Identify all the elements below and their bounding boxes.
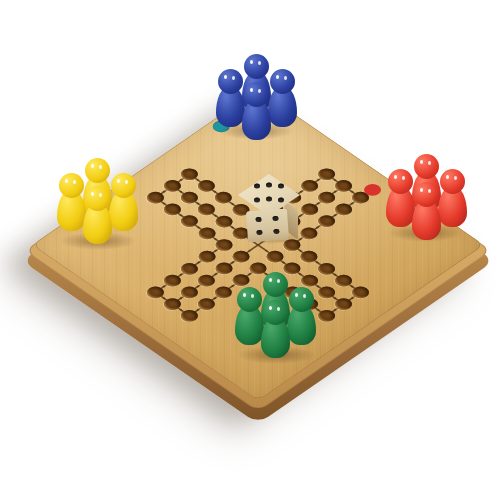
peg-head — [59, 173, 84, 198]
track-line — [189, 262, 200, 269]
track-line — [214, 191, 225, 198]
track-line — [299, 250, 310, 257]
peg-head — [111, 173, 136, 198]
track-line — [265, 250, 276, 257]
peg-head — [85, 186, 110, 211]
track-line — [155, 285, 166, 292]
track-line — [309, 179, 320, 186]
track-line — [163, 203, 174, 210]
peg-head — [263, 272, 288, 297]
track-line — [180, 191, 191, 198]
track-line — [214, 215, 225, 222]
peg-head — [388, 169, 413, 194]
track-line — [206, 297, 217, 304]
peg-yellow[interactable] — [108, 173, 138, 231]
peg-cluster-blue — [213, 56, 299, 142]
peg-yellow[interactable] — [82, 186, 112, 244]
track-line — [206, 274, 217, 281]
track-line — [189, 309, 200, 316]
track-line — [163, 297, 174, 304]
die-pip — [266, 197, 272, 202]
track-line — [172, 179, 183, 186]
track-line — [343, 297, 354, 304]
peg-head — [414, 182, 439, 207]
die-pip — [254, 183, 260, 188]
track-line — [334, 274, 345, 281]
track-line — [206, 250, 217, 257]
track-line — [172, 297, 183, 304]
track-line — [343, 203, 354, 210]
track-line — [309, 226, 320, 233]
track-line — [334, 179, 345, 186]
peg-green[interactable] — [286, 287, 316, 345]
peg-head — [440, 169, 465, 194]
track-line — [214, 238, 225, 245]
track-line — [180, 309, 191, 316]
track-line — [240, 250, 251, 257]
die-pip — [266, 182, 272, 187]
die-pip — [254, 198, 260, 203]
track-line — [155, 191, 166, 198]
peg-head — [289, 287, 314, 312]
peg-blue[interactable] — [267, 69, 297, 127]
track-line — [223, 262, 234, 269]
peg-green[interactable] — [260, 300, 290, 358]
peg-red[interactable] — [411, 182, 441, 240]
die-pip — [272, 216, 278, 221]
track-line — [180, 215, 191, 222]
peg-head — [85, 158, 110, 183]
track-line — [326, 191, 337, 198]
die-pip — [255, 217, 261, 222]
track-line — [309, 203, 320, 210]
peg-head — [244, 54, 269, 79]
track-line — [197, 226, 208, 233]
peg-cluster-red — [383, 156, 467, 244]
die-front-face — [246, 209, 289, 243]
die-pip — [273, 229, 279, 234]
peg-cluster-green — [232, 274, 322, 366]
peg-head — [244, 82, 269, 107]
peg-blue[interactable] — [241, 82, 271, 140]
product-photo — [0, 0, 500, 500]
track-line — [326, 215, 337, 222]
die-pip — [278, 198, 284, 203]
die[interactable] — [236, 170, 304, 244]
peg-head — [218, 69, 243, 94]
track-line — [316, 262, 327, 269]
die-pip — [278, 183, 284, 188]
track-line — [334, 297, 345, 304]
track-line — [282, 262, 293, 269]
peg-cluster-yellow — [54, 160, 142, 252]
track-line — [197, 203, 208, 210]
track-line — [189, 285, 200, 292]
track-line — [197, 179, 208, 186]
track-line — [351, 191, 362, 198]
track-line — [172, 274, 183, 281]
track-line — [351, 285, 362, 292]
track-line — [326, 309, 337, 316]
peg-head — [237, 287, 262, 312]
peg-head — [263, 300, 288, 325]
peg-red[interactable] — [437, 169, 467, 227]
die-pip — [256, 230, 262, 235]
peg-head — [414, 154, 439, 179]
peg-head — [270, 69, 295, 94]
